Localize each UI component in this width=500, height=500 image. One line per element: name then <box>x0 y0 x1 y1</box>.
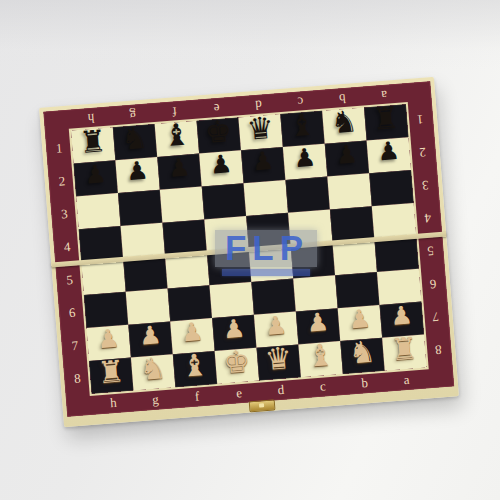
square-g6 <box>126 288 170 324</box>
rank-label-right-2: 2 <box>408 135 437 170</box>
rank-label-left-3: 3 <box>50 196 79 231</box>
square-g8: ♞ <box>131 354 175 390</box>
square-g3 <box>118 190 162 226</box>
rank-label-left-2: 2 <box>48 163 77 198</box>
square-c1: ♝ <box>280 111 324 147</box>
file-label-top-g: g <box>111 103 155 127</box>
square-g7: ♟ <box>128 321 172 357</box>
square-f2: ♟ <box>157 154 201 190</box>
square-a6 <box>377 269 421 305</box>
square-f6 <box>168 285 212 321</box>
square-f3 <box>160 187 204 223</box>
rank-label-left-5: 5 <box>55 262 84 297</box>
photo-background: hgfedcba hgfedcba 12345678 12345678 ♜♞♝♚… <box>0 0 500 500</box>
rank-label-left-6: 6 <box>58 295 87 330</box>
file-label-bottom-a: a <box>385 367 429 391</box>
square-g1: ♞ <box>113 124 157 160</box>
square-h8: ♜ <box>89 358 133 394</box>
file-label-top-f: f <box>153 100 197 124</box>
square-b7: ♟ <box>338 305 382 341</box>
square-h1: ♜ <box>71 127 115 163</box>
square-c8: ♝ <box>298 341 342 377</box>
file-label-bottom-b: b <box>343 371 387 395</box>
square-a2: ♟ <box>367 137 411 173</box>
square-c2: ♟ <box>283 144 327 180</box>
rank-label-right-6: 6 <box>419 267 448 302</box>
square-e3 <box>202 183 246 219</box>
brass-clasp-icon <box>249 399 276 412</box>
board-frame: hgfedcba hgfedcba 12345678 12345678 ♜♞♝♚… <box>43 81 454 416</box>
rank-label-left-1: 1 <box>45 131 74 166</box>
file-label-top-e: e <box>195 96 239 120</box>
file-label-bottom-d: d <box>259 377 303 401</box>
square-e2: ♟ <box>199 150 243 186</box>
file-label-bottom-f: f <box>175 384 219 408</box>
square-h2: ♟ <box>74 160 118 196</box>
square-e1: ♚ <box>197 117 241 153</box>
rank-label-right-7: 7 <box>421 300 450 335</box>
square-f8: ♝ <box>173 351 217 387</box>
clasp-pin <box>259 403 264 407</box>
square-d1: ♛ <box>238 114 282 150</box>
square-h7: ♟ <box>86 325 130 361</box>
square-b3 <box>327 173 371 209</box>
file-label-top-c: c <box>279 90 323 114</box>
square-a8: ♜ <box>382 335 426 371</box>
square-d3 <box>244 180 288 216</box>
file-label-top-b: b <box>321 87 365 111</box>
rank-label-left-4: 4 <box>53 229 82 264</box>
square-b8: ♞ <box>340 338 384 374</box>
rank-label-right-5: 5 <box>416 234 445 269</box>
square-d7: ♟ <box>254 312 298 348</box>
file-label-bottom-c: c <box>301 374 345 398</box>
file-label-top-h: h <box>69 106 113 130</box>
rank-label-right-4: 4 <box>414 201 443 236</box>
square-f1: ♝ <box>155 121 199 157</box>
square-b6 <box>335 272 379 308</box>
square-b2: ♟ <box>325 140 369 176</box>
rank-label-left-8: 8 <box>63 361 92 396</box>
square-h3 <box>76 193 120 229</box>
file-label-top-a: a <box>362 83 406 107</box>
board-wood-edge: hgfedcba hgfedcba 12345678 12345678 ♜♞♝♚… <box>39 77 459 427</box>
square-f7: ♟ <box>170 318 214 354</box>
square-a7: ♟ <box>380 302 424 338</box>
file-label-bottom-h: h <box>92 390 136 414</box>
square-a1: ♜ <box>364 104 408 140</box>
square-c6 <box>293 275 337 311</box>
square-d6 <box>251 279 295 315</box>
square-d2: ♟ <box>241 147 285 183</box>
file-label-top-d: d <box>237 93 281 117</box>
square-b1: ♞ <box>322 108 366 144</box>
chess-board: hgfedcba hgfedcba 12345678 12345678 ♜♞♝♚… <box>39 77 459 427</box>
square-h6 <box>84 292 128 328</box>
square-e7: ♟ <box>212 315 256 351</box>
square-c7: ♟ <box>296 308 340 344</box>
file-label-bottom-g: g <box>134 387 178 411</box>
square-a3 <box>369 170 413 206</box>
square-e8: ♚ <box>215 348 259 384</box>
rank-label-left-7: 7 <box>61 328 90 363</box>
square-e6 <box>209 282 253 318</box>
rank-label-right-1: 1 <box>406 102 435 137</box>
square-c3 <box>285 177 329 213</box>
square-g2: ♟ <box>115 157 159 193</box>
rank-label-right-8: 8 <box>424 332 453 367</box>
rank-label-right-3: 3 <box>411 168 440 203</box>
square-d8: ♛ <box>257 344 301 380</box>
